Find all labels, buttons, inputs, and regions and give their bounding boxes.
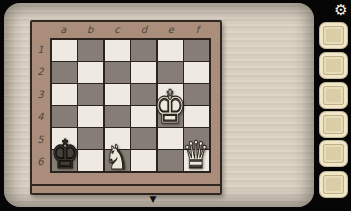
piece-black-king-a6[interactable]: ♚ — [51, 134, 80, 174]
column-label-d: d — [130, 22, 157, 37]
square-d3[interactable] — [131, 84, 156, 105]
square-c1[interactable] — [105, 40, 130, 61]
board-shelf-line — [32, 184, 220, 186]
column-label-c: c — [104, 22, 131, 37]
square-d4[interactable] — [131, 106, 156, 127]
column-label-b: b — [77, 22, 104, 37]
square-c2[interactable] — [105, 62, 130, 83]
chess-board: ♚♞♚♛ — [50, 38, 211, 173]
square-f4[interactable] — [184, 106, 209, 127]
row-label-4: 4 — [33, 106, 48, 129]
inventory-slot-inner — [323, 56, 344, 75]
square-e6[interactable] — [158, 150, 183, 171]
column-label-a: a — [50, 22, 77, 37]
square-b1[interactable] — [78, 40, 103, 61]
inventory-slot-2[interactable] — [319, 52, 348, 79]
settings-gear-icon[interactable]: ⚙ — [332, 1, 350, 19]
inventory-slot-4[interactable] — [319, 111, 348, 138]
inventory-slot-1[interactable] — [319, 22, 348, 49]
square-c3[interactable] — [105, 84, 130, 105]
inventory-slot-6[interactable] — [319, 171, 348, 198]
square-b6[interactable] — [78, 150, 103, 171]
square-f2[interactable] — [184, 62, 209, 83]
navigate-down-arrow-icon[interactable]: ▼ — [142, 194, 164, 204]
column-labels: abcdef — [50, 22, 211, 37]
row-label-6: 6 — [33, 151, 48, 174]
inventory-slot-inner — [323, 144, 344, 163]
square-b2[interactable] — [78, 62, 103, 83]
square-f1[interactable] — [184, 40, 209, 61]
square-c4[interactable] — [105, 106, 130, 127]
square-d1[interactable] — [131, 40, 156, 61]
inventory-slot-3[interactable] — [319, 82, 348, 109]
column-label-f: f — [184, 22, 211, 37]
piece-white-knight-c6[interactable]: ♞ — [105, 140, 129, 174]
square-d2[interactable] — [131, 62, 156, 83]
square-b5[interactable] — [78, 128, 103, 149]
square-a2[interactable] — [52, 62, 77, 83]
row-label-2: 2 — [33, 61, 48, 84]
game-viewport: abcdef 123456 ♚♞♚♛ ▼ ⚙ — [0, 0, 351, 211]
inventory-slot-5[interactable] — [319, 140, 348, 167]
inventory-slot-inner — [323, 26, 344, 45]
square-b4[interactable] — [78, 106, 103, 127]
row-label-5: 5 — [33, 128, 48, 151]
square-a1[interactable] — [52, 40, 77, 61]
inventory-slot-inner — [323, 175, 344, 194]
square-b3[interactable] — [78, 84, 103, 105]
square-d6[interactable] — [131, 150, 156, 171]
square-d5[interactable] — [131, 128, 156, 149]
row-label-1: 1 — [33, 38, 48, 61]
piece-white-queen-f6[interactable]: ♛ — [182, 136, 209, 174]
game-screen: abcdef 123456 ♚♞♚♛ ▼ — [4, 3, 314, 207]
inventory-slot-inner — [323, 86, 344, 105]
square-a3[interactable] — [52, 84, 77, 105]
row-labels: 123456 — [33, 38, 48, 173]
inventory-slot-inner — [323, 115, 344, 134]
row-label-3: 3 — [33, 83, 48, 106]
square-a4[interactable] — [52, 106, 77, 127]
square-f3[interactable] — [184, 84, 209, 105]
chess-board-frame: abcdef 123456 ♚♞♚♛ — [30, 20, 222, 195]
column-label-e: e — [157, 22, 184, 37]
piece-white-king-e4[interactable]: ♚ — [153, 84, 186, 130]
square-e1[interactable] — [158, 40, 183, 61]
